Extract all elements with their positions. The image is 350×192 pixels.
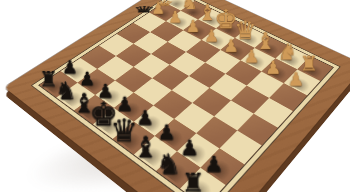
black-rook: ♜ xyxy=(177,170,210,192)
chess-product-photo: ♜♞♝♚♛♝♞♜♟♟♟♟♟♟♟♟♟♟♟♟♟♟♟♟♜♞♝♚♛♝♞♜ ♛♛ xyxy=(0,0,350,192)
scene: ♜♞♝♚♛♝♞♜♟♟♟♟♟♟♟♟♟♟♟♟♟♟♟♟♜♞♝♚♛♝♞♜ ♛♛ xyxy=(0,0,350,192)
white-pawn: ♟ xyxy=(282,70,309,89)
board-square xyxy=(192,88,231,116)
extra-black-queen: ♛ xyxy=(129,5,159,13)
chess-board: ♜♞♝♚♛♝♞♜♟♟♟♟♟♟♟♟♟♟♟♟♟♟♟♟♜♞♝♚♛♝♞♜ ♛♛ xyxy=(4,0,350,192)
